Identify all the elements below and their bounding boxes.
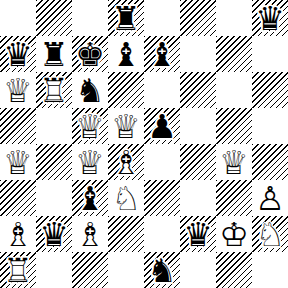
square-a2[interactable]: ♝♗ xyxy=(0,216,36,252)
square-d4[interactable]: ♝♗ xyxy=(108,144,144,180)
square-b3[interactable] xyxy=(36,180,72,216)
square-f8[interactable] xyxy=(180,0,216,36)
piece-glyph-solid: ♝ xyxy=(144,36,180,72)
piece-glyph-outline: ♖ xyxy=(36,72,72,108)
piece-glyph-solid: ♜ xyxy=(36,36,72,72)
square-g3[interactable] xyxy=(216,180,252,216)
square-h7[interactable] xyxy=(252,36,288,72)
piece-glyph-solid: ♝ xyxy=(108,36,144,72)
square-e6[interactable] xyxy=(144,72,180,108)
piece-black-queen[interactable]: ♛ xyxy=(180,216,216,252)
square-h5[interactable] xyxy=(252,108,288,144)
square-g1[interactable] xyxy=(216,252,252,288)
square-g8[interactable] xyxy=(216,0,252,36)
square-h4[interactable] xyxy=(252,144,288,180)
square-c3[interactable]: ♝ xyxy=(72,180,108,216)
piece-white-king[interactable]: ♚♔ xyxy=(216,216,252,252)
piece-black-king[interactable]: ♚ xyxy=(72,36,108,72)
piece-black-rook[interactable]: ♜ xyxy=(108,0,144,36)
piece-black-rook[interactable]: ♜ xyxy=(36,36,72,72)
piece-glyph-solid: ♝ xyxy=(72,180,108,216)
square-g5[interactable] xyxy=(216,108,252,144)
square-d1[interactable] xyxy=(108,252,144,288)
square-b5[interactable] xyxy=(36,108,72,144)
piece-white-bishop[interactable]: ♝♗ xyxy=(0,216,36,252)
square-a7[interactable]: ♛ xyxy=(0,36,36,72)
piece-white-queen[interactable]: ♛♕ xyxy=(0,72,36,108)
piece-glyph-outline: ♕ xyxy=(0,144,36,180)
piece-white-knight[interactable]: ♞♘ xyxy=(252,216,288,252)
piece-glyph-outline: ♕ xyxy=(72,144,108,180)
square-a4[interactable]: ♛♕ xyxy=(0,144,36,180)
piece-glyph-solid: ♛ xyxy=(252,0,288,36)
piece-glyph-solid: ♞ xyxy=(144,252,180,288)
square-c8[interactable] xyxy=(72,0,108,36)
piece-black-bishop[interactable]: ♝ xyxy=(72,180,108,216)
square-b7[interactable]: ♜ xyxy=(36,36,72,72)
piece-white-bishop[interactable]: ♝♗ xyxy=(72,216,108,252)
square-e2[interactable] xyxy=(144,216,180,252)
piece-glyph-outline: ♘ xyxy=(252,216,288,252)
piece-white-queen[interactable]: ♛♕ xyxy=(216,144,252,180)
square-h2[interactable]: ♞♘ xyxy=(252,216,288,252)
piece-black-queen[interactable]: ♛ xyxy=(36,216,72,252)
piece-white-queen[interactable]: ♛♕ xyxy=(0,144,36,180)
piece-glyph-outline: ♖ xyxy=(0,252,36,288)
piece-glyph-outline: ♙ xyxy=(252,180,288,216)
square-e4[interactable] xyxy=(144,144,180,180)
square-b4[interactable] xyxy=(36,144,72,180)
square-e3[interactable] xyxy=(144,180,180,216)
square-e8[interactable] xyxy=(144,0,180,36)
piece-white-rook[interactable]: ♜♖ xyxy=(0,252,36,288)
square-h1[interactable] xyxy=(252,252,288,288)
square-a8[interactable] xyxy=(0,0,36,36)
square-g2[interactable]: ♚♔ xyxy=(216,216,252,252)
square-e1[interactable]: ♞ xyxy=(144,252,180,288)
square-f6[interactable] xyxy=(180,72,216,108)
piece-glyph-outline: ♗ xyxy=(108,144,144,180)
square-d2[interactable] xyxy=(108,216,144,252)
piece-white-pawn[interactable]: ♟♙ xyxy=(252,180,288,216)
square-f2[interactable]: ♛ xyxy=(180,216,216,252)
chess-board: ♜♛♛♜♚♝♝♛♕♜♖♞♛♕♛♕♟♛♕♛♕♝♗♛♕♝♞♘♟♙♝♗♛♝♗♛♚♔♞♘… xyxy=(0,0,288,288)
square-a6[interactable]: ♛♕ xyxy=(0,72,36,108)
square-g4[interactable]: ♛♕ xyxy=(216,144,252,180)
square-h3[interactable]: ♟♙ xyxy=(252,180,288,216)
square-e5[interactable]: ♟ xyxy=(144,108,180,144)
square-c2[interactable]: ♝♗ xyxy=(72,216,108,252)
square-d3[interactable]: ♞♘ xyxy=(108,180,144,216)
piece-glyph-solid: ♟ xyxy=(144,108,180,144)
square-f5[interactable] xyxy=(180,108,216,144)
piece-glyph-solid: ♛ xyxy=(36,216,72,252)
square-g6[interactable] xyxy=(216,72,252,108)
square-a1[interactable]: ♜♖ xyxy=(0,252,36,288)
square-c6[interactable]: ♞ xyxy=(72,72,108,108)
piece-glyph-outline: ♕ xyxy=(72,108,108,144)
square-d7[interactable]: ♝ xyxy=(108,36,144,72)
piece-black-bishop[interactable]: ♝ xyxy=(144,36,180,72)
square-b2[interactable]: ♛ xyxy=(36,216,72,252)
piece-glyph-outline: ♗ xyxy=(72,216,108,252)
square-c1[interactable] xyxy=(72,252,108,288)
square-c7[interactable]: ♚ xyxy=(72,36,108,72)
piece-white-bishop[interactable]: ♝♗ xyxy=(108,144,144,180)
square-e7[interactable]: ♝ xyxy=(144,36,180,72)
piece-black-queen[interactable]: ♛ xyxy=(0,36,36,72)
square-f4[interactable] xyxy=(180,144,216,180)
piece-glyph-solid: ♛ xyxy=(180,216,216,252)
piece-black-knight[interactable]: ♞ xyxy=(144,252,180,288)
piece-glyph-outline: ♕ xyxy=(216,144,252,180)
piece-glyph-outline: ♘ xyxy=(108,180,144,216)
square-b6[interactable]: ♜♖ xyxy=(36,72,72,108)
piece-glyph-solid: ♛ xyxy=(0,36,36,72)
square-f3[interactable] xyxy=(180,180,216,216)
piece-white-queen[interactable]: ♛♕ xyxy=(72,108,108,144)
piece-black-queen[interactable]: ♛ xyxy=(252,0,288,36)
piece-white-rook[interactable]: ♜♖ xyxy=(36,72,72,108)
piece-white-queen[interactable]: ♛♕ xyxy=(108,108,144,144)
piece-glyph-outline: ♕ xyxy=(0,72,36,108)
piece-glyph-outline: ♕ xyxy=(108,108,144,144)
square-b1[interactable] xyxy=(36,252,72,288)
square-c5[interactable]: ♛♕ xyxy=(72,108,108,144)
square-f7[interactable] xyxy=(180,36,216,72)
square-b8[interactable] xyxy=(36,0,72,36)
piece-white-queen[interactable]: ♛♕ xyxy=(72,144,108,180)
piece-glyph-solid: ♜ xyxy=(108,0,144,36)
square-d5[interactable]: ♛♕ xyxy=(108,108,144,144)
piece-glyph-outline: ♗ xyxy=(0,216,36,252)
square-f1[interactable] xyxy=(180,252,216,288)
square-h8[interactable]: ♛ xyxy=(252,0,288,36)
square-a5[interactable] xyxy=(0,108,36,144)
piece-black-bishop[interactable]: ♝ xyxy=(108,36,144,72)
square-g7[interactable] xyxy=(216,36,252,72)
piece-white-knight[interactable]: ♞♘ xyxy=(108,180,144,216)
piece-glyph-outline: ♔ xyxy=(216,216,252,252)
piece-black-pawn[interactable]: ♟ xyxy=(144,108,180,144)
square-d8[interactable]: ♜ xyxy=(108,0,144,36)
piece-black-knight[interactable]: ♞ xyxy=(72,72,108,108)
square-h6[interactable] xyxy=(252,72,288,108)
piece-glyph-solid: ♞ xyxy=(72,72,108,108)
square-d6[interactable] xyxy=(108,72,144,108)
square-c4[interactable]: ♛♕ xyxy=(72,144,108,180)
square-a3[interactable] xyxy=(0,180,36,216)
piece-glyph-solid: ♚ xyxy=(72,36,108,72)
